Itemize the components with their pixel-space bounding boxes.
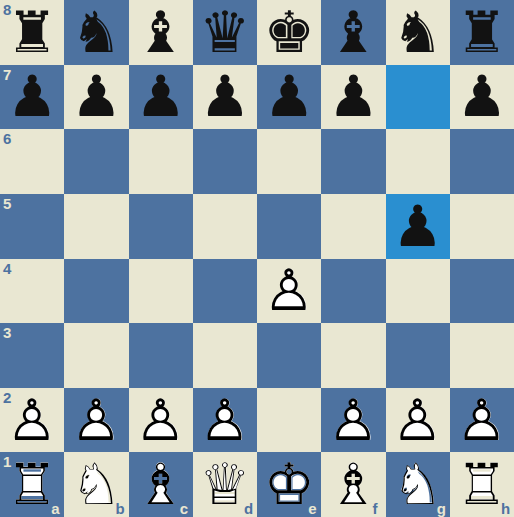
- piece-white-pawn-h2[interactable]: ♟♙: [450, 388, 514, 453]
- square-b2[interactable]: ♟♙: [64, 388, 128, 453]
- piece-white-bishop-f1[interactable]: ♝♗: [321, 452, 385, 517]
- square-c8[interactable]: ♝: [129, 0, 193, 65]
- piece-black-rook-h8[interactable]: ♜: [450, 0, 514, 65]
- square-e2[interactable]: [257, 388, 321, 453]
- piece-black-pawn-g5[interactable]: ♟: [386, 194, 450, 259]
- piece-white-pawn-f2[interactable]: ♟♙: [321, 388, 385, 453]
- piece-black-rook-a8[interactable]: ♜: [0, 0, 64, 65]
- square-g3[interactable]: [386, 323, 450, 388]
- piece-white-pawn-d2[interactable]: ♟♙: [193, 388, 257, 453]
- square-f3[interactable]: [321, 323, 385, 388]
- square-e1[interactable]: ♚♔: [257, 452, 321, 517]
- piece-white-king-e1[interactable]: ♚♔: [257, 452, 321, 517]
- square-d8[interactable]: ♛: [193, 0, 257, 65]
- square-a2[interactable]: ♟♙: [0, 388, 64, 453]
- square-c5[interactable]: [129, 194, 193, 259]
- square-c3[interactable]: [129, 323, 193, 388]
- square-c4[interactable]: [129, 259, 193, 324]
- square-g8[interactable]: ♞: [386, 0, 450, 65]
- square-c7[interactable]: ♟: [129, 65, 193, 130]
- piece-white-queen-d1[interactable]: ♛♕: [193, 452, 257, 517]
- piece-black-pawn-c7[interactable]: ♟: [129, 65, 193, 130]
- square-f1[interactable]: ♝♗: [321, 452, 385, 517]
- square-d5[interactable]: [193, 194, 257, 259]
- square-a6[interactable]: [0, 129, 64, 194]
- square-h7[interactable]: ♟: [450, 65, 514, 130]
- piece-white-rook-a1[interactable]: ♜♖: [0, 452, 64, 517]
- chess-board: ♜♞♝♛♚♝♞♜♟♟♟♟♟♟♟♟♟♙♟♙♟♙♟♙♟♙♟♙♟♙♟♙♜♖♞♘♝♗♛♕…: [0, 0, 514, 517]
- square-e4[interactable]: ♟♙: [257, 259, 321, 324]
- square-e6[interactable]: [257, 129, 321, 194]
- square-f4[interactable]: [321, 259, 385, 324]
- piece-black-pawn-h7[interactable]: ♟: [450, 65, 514, 130]
- square-b8[interactable]: ♞: [64, 0, 128, 65]
- square-f7[interactable]: ♟: [321, 65, 385, 130]
- piece-white-pawn-a2[interactable]: ♟♙: [0, 388, 64, 453]
- square-c1[interactable]: ♝♗: [129, 452, 193, 517]
- square-g2[interactable]: ♟♙: [386, 388, 450, 453]
- piece-white-pawn-e4[interactable]: ♟♙: [257, 259, 321, 324]
- piece-black-king-e8[interactable]: ♚: [257, 0, 321, 65]
- square-f2[interactable]: ♟♙: [321, 388, 385, 453]
- piece-black-pawn-f7[interactable]: ♟: [321, 65, 385, 130]
- piece-black-pawn-d7[interactable]: ♟: [193, 65, 257, 130]
- square-g1[interactable]: ♞♘: [386, 452, 450, 517]
- square-e8[interactable]: ♚: [257, 0, 321, 65]
- square-f6[interactable]: [321, 129, 385, 194]
- piece-black-bishop-f8[interactable]: ♝: [321, 0, 385, 65]
- square-a5[interactable]: [0, 194, 64, 259]
- square-g7[interactable]: [386, 65, 450, 130]
- square-c6[interactable]: [129, 129, 193, 194]
- square-h5[interactable]: [450, 194, 514, 259]
- square-f8[interactable]: ♝: [321, 0, 385, 65]
- piece-white-knight-b1[interactable]: ♞♘: [64, 452, 128, 517]
- square-a8[interactable]: ♜: [0, 0, 64, 65]
- piece-black-queen-d8[interactable]: ♛: [193, 0, 257, 65]
- square-b3[interactable]: [64, 323, 128, 388]
- square-b7[interactable]: ♟: [64, 65, 128, 130]
- piece-white-pawn-g2[interactable]: ♟♙: [386, 388, 450, 453]
- piece-black-pawn-b7[interactable]: ♟: [64, 65, 128, 130]
- piece-black-pawn-e7[interactable]: ♟: [257, 65, 321, 130]
- piece-black-pawn-a7[interactable]: ♟: [0, 65, 64, 130]
- square-g6[interactable]: [386, 129, 450, 194]
- square-f5[interactable]: [321, 194, 385, 259]
- square-d2[interactable]: ♟♙: [193, 388, 257, 453]
- square-b5[interactable]: [64, 194, 128, 259]
- square-h3[interactable]: [450, 323, 514, 388]
- piece-white-knight-g1[interactable]: ♞♘: [386, 452, 450, 517]
- piece-white-pawn-c2[interactable]: ♟♙: [129, 388, 193, 453]
- square-g5[interactable]: ♟: [386, 194, 450, 259]
- square-a3[interactable]: [0, 323, 64, 388]
- piece-black-knight-b8[interactable]: ♞: [64, 0, 128, 65]
- piece-white-pawn-b2[interactable]: ♟♙: [64, 388, 128, 453]
- square-d7[interactable]: ♟: [193, 65, 257, 130]
- square-a1[interactable]: ♜♖: [0, 452, 64, 517]
- square-d3[interactable]: [193, 323, 257, 388]
- square-e5[interactable]: [257, 194, 321, 259]
- piece-black-knight-g8[interactable]: ♞: [386, 0, 450, 65]
- square-g4[interactable]: [386, 259, 450, 324]
- square-b6[interactable]: [64, 129, 128, 194]
- square-a4[interactable]: [0, 259, 64, 324]
- piece-white-bishop-c1[interactable]: ♝♗: [129, 452, 193, 517]
- square-h8[interactable]: ♜: [450, 0, 514, 65]
- piece-black-bishop-c8[interactable]: ♝: [129, 0, 193, 65]
- square-e7[interactable]: ♟: [257, 65, 321, 130]
- square-b1[interactable]: ♞♘: [64, 452, 128, 517]
- square-h2[interactable]: ♟♙: [450, 388, 514, 453]
- square-h6[interactable]: [450, 129, 514, 194]
- square-d1[interactable]: ♛♕: [193, 452, 257, 517]
- square-h4[interactable]: [450, 259, 514, 324]
- square-d6[interactable]: [193, 129, 257, 194]
- square-d4[interactable]: [193, 259, 257, 324]
- square-e3[interactable]: [257, 323, 321, 388]
- square-h1[interactable]: ♜♖: [450, 452, 514, 517]
- piece-white-rook-h1[interactable]: ♜♖: [450, 452, 514, 517]
- square-c2[interactable]: ♟♙: [129, 388, 193, 453]
- square-a7[interactable]: ♟: [0, 65, 64, 130]
- square-b4[interactable]: [64, 259, 128, 324]
